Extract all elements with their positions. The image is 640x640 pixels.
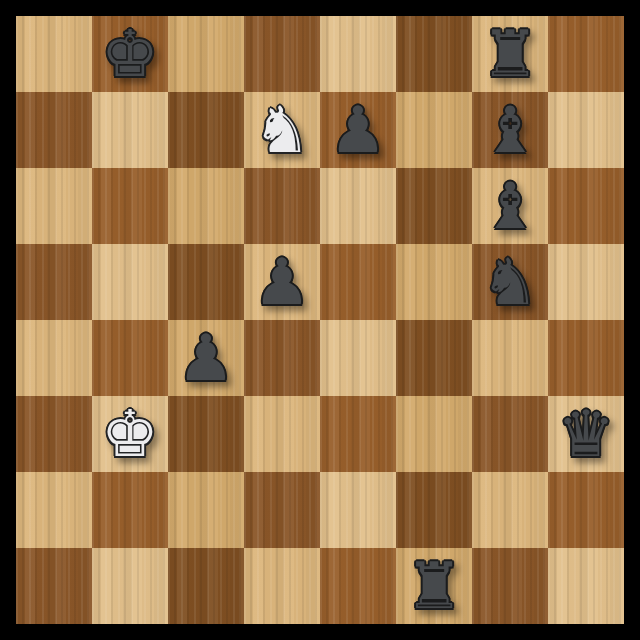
square-h7[interactable] <box>548 92 624 168</box>
square-e8[interactable] <box>320 16 396 92</box>
square-e1[interactable] <box>320 548 396 624</box>
square-f4[interactable] <box>396 320 472 396</box>
black-bishop-g7[interactable]: ♝ <box>481 92 538 168</box>
square-g7[interactable]: ♝ <box>472 92 548 168</box>
square-g8[interactable]: ♜ <box>472 16 548 92</box>
black-pawn-c4[interactable]: ♟ <box>177 320 234 396</box>
square-g1[interactable] <box>472 548 548 624</box>
square-f8[interactable] <box>396 16 472 92</box>
black-queen-h3[interactable]: ♛ <box>557 396 614 472</box>
square-d1[interactable] <box>244 548 320 624</box>
square-e2[interactable] <box>320 472 396 548</box>
square-a7[interactable] <box>16 92 92 168</box>
square-c6[interactable] <box>168 168 244 244</box>
square-h2[interactable] <box>548 472 624 548</box>
square-c2[interactable] <box>168 472 244 548</box>
square-b4[interactable] <box>92 320 168 396</box>
square-b5[interactable] <box>92 244 168 320</box>
black-bishop-g6[interactable]: ♝ <box>481 168 538 244</box>
square-g5[interactable]: ♞ <box>472 244 548 320</box>
square-h1[interactable] <box>548 548 624 624</box>
square-b7[interactable] <box>92 92 168 168</box>
square-g6[interactable]: ♝ <box>472 168 548 244</box>
square-h6[interactable] <box>548 168 624 244</box>
square-b3[interactable]: ♚ <box>92 396 168 472</box>
square-c3[interactable] <box>168 396 244 472</box>
square-d3[interactable] <box>244 396 320 472</box>
square-b8[interactable]: ♚ <box>92 16 168 92</box>
chess-board: ♚♜♞♟♝♝♟♞♟♚♛♜ <box>16 16 624 624</box>
black-rook-f1[interactable]: ♜ <box>405 548 462 624</box>
square-a6[interactable] <box>16 168 92 244</box>
square-a2[interactable] <box>16 472 92 548</box>
square-e4[interactable] <box>320 320 396 396</box>
square-f7[interactable] <box>396 92 472 168</box>
square-d7[interactable]: ♞ <box>244 92 320 168</box>
square-d4[interactable] <box>244 320 320 396</box>
square-f1[interactable]: ♜ <box>396 548 472 624</box>
square-c4[interactable]: ♟ <box>168 320 244 396</box>
square-a4[interactable] <box>16 320 92 396</box>
black-pawn-e7[interactable]: ♟ <box>329 92 386 168</box>
square-e3[interactable] <box>320 396 396 472</box>
square-d5[interactable]: ♟ <box>244 244 320 320</box>
square-e6[interactable] <box>320 168 396 244</box>
square-f6[interactable] <box>396 168 472 244</box>
square-c8[interactable] <box>168 16 244 92</box>
square-h8[interactable] <box>548 16 624 92</box>
square-e5[interactable] <box>320 244 396 320</box>
square-c7[interactable] <box>168 92 244 168</box>
square-f5[interactable] <box>396 244 472 320</box>
square-d2[interactable] <box>244 472 320 548</box>
square-c5[interactable] <box>168 244 244 320</box>
square-b1[interactable] <box>92 548 168 624</box>
square-f3[interactable] <box>396 396 472 472</box>
square-d8[interactable] <box>244 16 320 92</box>
square-g4[interactable] <box>472 320 548 396</box>
square-b2[interactable] <box>92 472 168 548</box>
chess-app-window: ♚♜♞♟♝♝♟♞♟♚♛♜ <box>0 0 640 640</box>
square-b6[interactable] <box>92 168 168 244</box>
square-e7[interactable]: ♟ <box>320 92 396 168</box>
black-rook-g8[interactable]: ♜ <box>481 16 538 92</box>
square-g3[interactable] <box>472 396 548 472</box>
white-knight-d7[interactable]: ♞ <box>253 92 310 168</box>
square-f2[interactable] <box>396 472 472 548</box>
square-a8[interactable] <box>16 16 92 92</box>
black-pawn-d5[interactable]: ♟ <box>253 244 310 320</box>
black-king-b8[interactable]: ♚ <box>101 16 158 92</box>
square-h4[interactable] <box>548 320 624 396</box>
square-a5[interactable] <box>16 244 92 320</box>
square-a1[interactable] <box>16 548 92 624</box>
square-d6[interactable] <box>244 168 320 244</box>
white-king-b3[interactable]: ♚ <box>101 396 158 472</box>
square-h3[interactable]: ♛ <box>548 396 624 472</box>
square-g2[interactable] <box>472 472 548 548</box>
square-c1[interactable] <box>168 548 244 624</box>
black-knight-g5[interactable]: ♞ <box>481 244 538 320</box>
square-a3[interactable] <box>16 396 92 472</box>
square-h5[interactable] <box>548 244 624 320</box>
